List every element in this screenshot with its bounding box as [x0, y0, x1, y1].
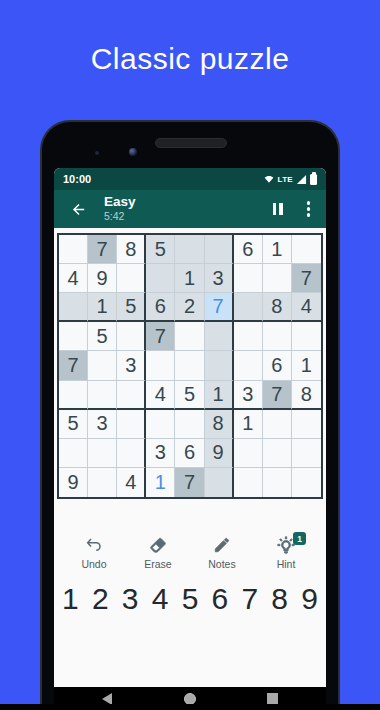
cell-r8c4[interactable]: 7: [175, 468, 204, 497]
eraser-icon: [149, 536, 167, 554]
cell-r4c4[interactable]: [175, 351, 204, 380]
arrow-left-icon: [70, 201, 87, 218]
hint-label: Hint: [277, 558, 296, 570]
cell-r1c7[interactable]: [263, 264, 292, 293]
cell-r2c4[interactable]: 2: [175, 293, 204, 322]
cell-r6c2[interactable]: [117, 410, 146, 439]
pencil-icon: [213, 536, 231, 554]
front-camera: [129, 148, 137, 156]
kebab-dot: [307, 213, 311, 217]
notes-label: Notes: [208, 558, 235, 570]
cell-r2c5[interactable]: 7: [205, 293, 234, 322]
cell-r8c1[interactable]: [88, 468, 117, 497]
difficulty-label: Easy: [104, 195, 136, 210]
cell-r4c7[interactable]: 6: [263, 351, 292, 380]
numpad-digit-6[interactable]: 6: [212, 584, 229, 614]
notes-button[interactable]: Notes: [194, 535, 250, 570]
battery-icon: [310, 174, 317, 185]
cell-r4c8[interactable]: 1: [292, 351, 321, 380]
speaker-grille: [155, 138, 227, 148]
promo-title: Classic puzzle: [0, 42, 380, 76]
camera-dot: [95, 151, 99, 155]
nav-back-icon[interactable]: [102, 693, 112, 705]
cell-r2c8[interactable]: 4: [292, 293, 321, 322]
cell-r5c4[interactable]: 5: [175, 381, 204, 410]
cell-r7c5[interactable]: 9: [205, 439, 234, 468]
erase-label: Erase: [144, 558, 171, 570]
cell-r6c7[interactable]: [263, 410, 292, 439]
cell-r2c3[interactable]: 6: [146, 293, 175, 322]
signal-icon: [296, 174, 307, 185]
numpad-digit-1[interactable]: 1: [62, 584, 79, 614]
cell-r7c6[interactable]: [234, 439, 263, 468]
cell-r2c1[interactable]: 1: [88, 293, 117, 322]
bottom-strip: [0, 704, 380, 710]
overflow-menu-button[interactable]: [305, 199, 313, 219]
numpad-digit-9[interactable]: 9: [301, 584, 318, 614]
toolbar: Undo Erase Notes 1: [54, 535, 326, 570]
phone-screen: 10:00 LTE Easy 5:42: [54, 168, 326, 710]
cell-r3c2[interactable]: [117, 322, 146, 351]
cell-r0c7[interactable]: 1: [263, 235, 292, 264]
cell-r6c3[interactable]: [146, 410, 175, 439]
wifi-icon: [263, 174, 275, 184]
cell-r8c5[interactable]: [205, 468, 234, 497]
erase-button[interactable]: Erase: [130, 535, 186, 570]
cell-r1c1[interactable]: 9: [88, 264, 117, 293]
numpad-digit-2[interactable]: 2: [92, 584, 109, 614]
cell-r1c3[interactable]: [146, 264, 175, 293]
number-pad: 123456789: [54, 584, 326, 614]
cell-r7c3[interactable]: 3: [146, 439, 175, 468]
cell-r7c2[interactable]: [117, 439, 146, 468]
back-button[interactable]: [66, 197, 90, 221]
cell-r1c0[interactable]: 4: [59, 264, 88, 293]
undo-label: Undo: [81, 558, 106, 570]
cell-r6c5[interactable]: 8: [205, 410, 234, 439]
cell-r3c7[interactable]: [263, 322, 292, 351]
cell-r0c3[interactable]: 5: [146, 235, 175, 264]
pause-icon: [279, 203, 283, 215]
pause-button[interactable]: [271, 201, 285, 217]
cell-r2c6[interactable]: [234, 293, 263, 322]
cell-r7c7[interactable]: [263, 439, 292, 468]
cell-r4c1[interactable]: [88, 351, 117, 380]
cell-r1c5[interactable]: 3: [205, 264, 234, 293]
cell-r6c6[interactable]: 1: [234, 410, 263, 439]
cell-r7c0[interactable]: [59, 439, 88, 468]
cell-r0c4[interactable]: [175, 235, 204, 264]
cell-r6c1[interactable]: 3: [88, 410, 117, 439]
cell-r3c8[interactable]: [292, 322, 321, 351]
cell-r7c8[interactable]: [292, 439, 321, 468]
cell-r3c3[interactable]: 7: [146, 322, 175, 351]
cell-r4c3[interactable]: [146, 351, 175, 380]
game-timer: 5:42: [104, 211, 136, 223]
cell-r5c8[interactable]: 8: [292, 381, 321, 410]
cell-r4c5[interactable]: [205, 351, 234, 380]
hint-button[interactable]: 1 Hint: [258, 535, 314, 570]
cell-r6c0[interactable]: 5: [59, 410, 88, 439]
promo-canvas: Classic puzzle 10:00 LTE Easy: [0, 0, 380, 710]
status-bar: 10:00 LTE: [54, 168, 326, 190]
numpad-digit-8[interactable]: 8: [271, 584, 288, 614]
lte-label: LTE: [278, 175, 293, 184]
cell-r8c7[interactable]: [263, 468, 292, 497]
cell-r8c3[interactable]: 1: [146, 468, 175, 497]
cell-r3c1[interactable]: 5: [88, 322, 117, 351]
cell-r4c2[interactable]: 3: [117, 351, 146, 380]
cell-r8c0[interactable]: 9: [59, 468, 88, 497]
cell-r8c8[interactable]: [292, 468, 321, 497]
cell-r5c2[interactable]: [117, 381, 146, 410]
cell-r5c0[interactable]: [59, 381, 88, 410]
cell-r1c4[interactable]: 1: [175, 264, 204, 293]
cell-r3c4[interactable]: [175, 322, 204, 351]
undo-button[interactable]: Undo: [66, 535, 122, 570]
cell-r0c8[interactable]: [292, 235, 321, 264]
cell-r5c1[interactable]: [88, 381, 117, 410]
clock-text: 10:00: [63, 173, 91, 185]
cell-r5c6[interactable]: 3: [234, 381, 263, 410]
cell-r4c6[interactable]: [234, 351, 263, 380]
pause-icon: [273, 203, 277, 215]
cell-r3c0[interactable]: [59, 322, 88, 351]
cell-r7c1[interactable]: [88, 439, 117, 468]
cell-r0c1[interactable]: 7: [88, 235, 117, 264]
numpad-digit-4[interactable]: 4: [152, 584, 169, 614]
cell-r2c2[interactable]: 5: [117, 293, 146, 322]
cell-r0c6[interactable]: 6: [234, 235, 263, 264]
kebab-dot: [307, 207, 311, 211]
cell-r2c0[interactable]: [59, 293, 88, 322]
cell-r0c0[interactable]: [59, 235, 88, 264]
sudoku-board: 7856149137156278457736145137853813699417: [57, 233, 323, 499]
cell-r5c3[interactable]: 4: [146, 381, 175, 410]
cell-r7c4[interactable]: 6: [175, 439, 204, 468]
numpad-digit-3[interactable]: 3: [122, 584, 139, 614]
app-bar: Easy 5:42: [54, 190, 326, 228]
cell-r3c5[interactable]: [205, 322, 234, 351]
cell-r8c6[interactable]: [234, 468, 263, 497]
cell-r1c8[interactable]: 7: [292, 264, 321, 293]
phone-mockup: 10:00 LTE Easy 5:42: [40, 120, 340, 710]
cell-r2c7[interactable]: 8: [263, 293, 292, 322]
kebab-dot: [307, 201, 311, 205]
numpad-digit-5[interactable]: 5: [182, 584, 199, 614]
cell-r0c5[interactable]: [205, 235, 234, 264]
cell-r3c6[interactable]: [234, 322, 263, 351]
cell-r4c0[interactable]: 7: [59, 351, 88, 380]
cell-r5c5[interactable]: 1: [205, 381, 234, 410]
nav-home-icon[interactable]: [184, 693, 196, 705]
cell-r6c4[interactable]: [175, 410, 204, 439]
cell-r6c8[interactable]: [292, 410, 321, 439]
numpad-digit-7[interactable]: 7: [241, 584, 258, 614]
cell-r1c2[interactable]: [117, 264, 146, 293]
hint-count-badge: 1: [293, 532, 306, 545]
cell-r8c2[interactable]: 4: [117, 468, 146, 497]
cell-r5c7[interactable]: 7: [263, 381, 292, 410]
nav-recents-icon[interactable]: [267, 693, 278, 704]
cell-r1c6[interactable]: [234, 264, 263, 293]
cell-r0c2[interactable]: 8: [117, 235, 146, 264]
undo-icon: [85, 536, 103, 554]
